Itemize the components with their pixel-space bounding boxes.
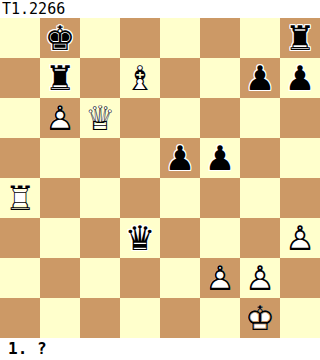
square-a6[interactable] [0, 98, 40, 138]
square-h7[interactable]: ♟ [280, 58, 320, 98]
square-d4[interactable] [120, 178, 160, 218]
piece-solid-glyph: ♟ [200, 138, 240, 178]
square-b7[interactable]: ♜ [40, 58, 80, 98]
black-king-piece: ♚ [40, 18, 80, 58]
piece-solid-glyph: ♟ [280, 58, 320, 98]
square-f5[interactable]: ♟ [200, 138, 240, 178]
square-d7[interactable]: ♝♗ [120, 58, 160, 98]
square-h4[interactable] [280, 178, 320, 218]
piece-solid-glyph: ♚ [40, 18, 80, 58]
square-c3[interactable] [80, 218, 120, 258]
white-rook-piece: ♜♖ [0, 178, 40, 218]
square-h5[interactable] [280, 138, 320, 178]
piece-solid-glyph: ♜ [40, 58, 80, 98]
square-f4[interactable] [200, 178, 240, 218]
square-c6[interactable]: ♛♕ [80, 98, 120, 138]
white-pawn-piece: ♟♙ [40, 98, 80, 138]
square-f7[interactable] [200, 58, 240, 98]
chess-puzzle-window: T1.2266 ♚♜♜♝♗♟♟♟♙♛♕♟♟♜♖♛♟♙♟♙♟♙♚♔ 1. ? [0, 0, 320, 360]
square-d5[interactable] [120, 138, 160, 178]
piece-outline-glyph: ♕ [80, 98, 120, 138]
square-g7[interactable]: ♟ [240, 58, 280, 98]
square-c8[interactable] [80, 18, 120, 58]
square-a3[interactable] [0, 218, 40, 258]
white-pawn-piece: ♟♙ [200, 258, 240, 298]
square-g3[interactable] [240, 218, 280, 258]
white-pawn-piece: ♟♙ [280, 218, 320, 258]
square-h8[interactable]: ♜ [280, 18, 320, 58]
square-c5[interactable] [80, 138, 120, 178]
square-a2[interactable] [0, 258, 40, 298]
square-g5[interactable] [240, 138, 280, 178]
square-h2[interactable] [280, 258, 320, 298]
square-f2[interactable]: ♟♙ [200, 258, 240, 298]
piece-solid-glyph: ♟ [160, 138, 200, 178]
square-e2[interactable] [160, 258, 200, 298]
black-pawn-piece: ♟ [200, 138, 240, 178]
square-g4[interactable] [240, 178, 280, 218]
square-g2[interactable]: ♟♙ [240, 258, 280, 298]
square-b6[interactable]: ♟♙ [40, 98, 80, 138]
chess-board: ♚♜♜♝♗♟♟♟♙♛♕♟♟♜♖♛♟♙♟♙♟♙♚♔ [0, 18, 320, 338]
square-c1[interactable] [80, 298, 120, 338]
move-prompt: 1. ? [0, 338, 320, 360]
piece-solid-glyph: ♟ [240, 58, 280, 98]
white-bishop-piece: ♝♗ [120, 58, 160, 98]
square-b2[interactable] [40, 258, 80, 298]
square-e8[interactable] [160, 18, 200, 58]
square-g8[interactable] [240, 18, 280, 58]
piece-outline-glyph: ♙ [280, 218, 320, 258]
piece-outline-glyph: ♔ [240, 298, 280, 338]
square-d6[interactable] [120, 98, 160, 138]
square-a1[interactable] [0, 298, 40, 338]
black-pawn-piece: ♟ [240, 58, 280, 98]
square-c2[interactable] [80, 258, 120, 298]
square-a7[interactable] [0, 58, 40, 98]
black-queen-piece: ♛ [120, 218, 160, 258]
square-c4[interactable] [80, 178, 120, 218]
square-b4[interactable] [40, 178, 80, 218]
square-b1[interactable] [40, 298, 80, 338]
square-b3[interactable] [40, 218, 80, 258]
square-f1[interactable] [200, 298, 240, 338]
square-a8[interactable] [0, 18, 40, 58]
square-b8[interactable]: ♚ [40, 18, 80, 58]
square-h6[interactable] [280, 98, 320, 138]
white-king-piece: ♚♔ [240, 298, 280, 338]
square-h1[interactable] [280, 298, 320, 338]
square-d2[interactable] [120, 258, 160, 298]
piece-outline-glyph: ♙ [200, 258, 240, 298]
piece-solid-glyph: ♛ [120, 218, 160, 258]
square-d3[interactable]: ♛ [120, 218, 160, 258]
white-queen-piece: ♛♕ [80, 98, 120, 138]
piece-outline-glyph: ♗ [120, 58, 160, 98]
black-rook-piece: ♜ [280, 18, 320, 58]
square-c7[interactable] [80, 58, 120, 98]
square-h3[interactable]: ♟♙ [280, 218, 320, 258]
piece-outline-glyph: ♙ [240, 258, 280, 298]
square-e4[interactable] [160, 178, 200, 218]
square-e1[interactable] [160, 298, 200, 338]
square-g6[interactable] [240, 98, 280, 138]
square-a5[interactable] [0, 138, 40, 178]
square-e7[interactable] [160, 58, 200, 98]
piece-outline-glyph: ♖ [0, 178, 40, 218]
white-pawn-piece: ♟♙ [240, 258, 280, 298]
square-b5[interactable] [40, 138, 80, 178]
square-g1[interactable]: ♚♔ [240, 298, 280, 338]
black-pawn-piece: ♟ [280, 58, 320, 98]
square-f3[interactable] [200, 218, 240, 258]
square-e5[interactable]: ♟ [160, 138, 200, 178]
square-d1[interactable] [120, 298, 160, 338]
piece-outline-glyph: ♙ [40, 98, 80, 138]
square-e6[interactable] [160, 98, 200, 138]
square-f8[interactable] [200, 18, 240, 58]
square-e3[interactable] [160, 218, 200, 258]
puzzle-id: T1.2266 [0, 0, 320, 18]
black-rook-piece: ♜ [40, 58, 80, 98]
piece-solid-glyph: ♜ [280, 18, 320, 58]
square-a4[interactable]: ♜♖ [0, 178, 40, 218]
black-pawn-piece: ♟ [160, 138, 200, 178]
square-f6[interactable] [200, 98, 240, 138]
square-d8[interactable] [120, 18, 160, 58]
